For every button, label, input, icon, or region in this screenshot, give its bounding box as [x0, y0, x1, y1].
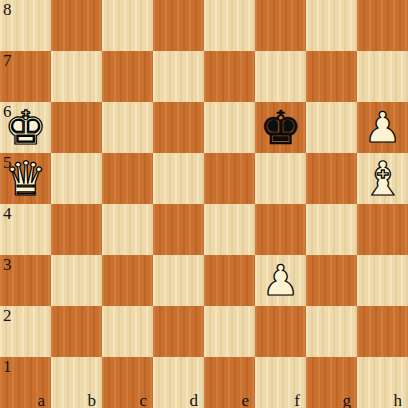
- chess-board: 876♚♚♟5♛♝43♟21abcdefgh: [0, 0, 408, 408]
- rank-label-3: 3: [3, 255, 12, 274]
- rank-label-1: 1: [3, 357, 12, 376]
- square-g4[interactable]: [306, 204, 357, 255]
- rank-label-7: 7: [3, 51, 12, 70]
- square-h4[interactable]: [357, 204, 408, 255]
- square-b6[interactable]: [51, 102, 102, 153]
- square-e7[interactable]: [204, 51, 255, 102]
- piece-white-bishop[interactable]: ♝: [361, 153, 403, 204]
- square-a5[interactable]: 5♛: [0, 153, 51, 204]
- file-label-e: e: [241, 391, 249, 408]
- square-c6[interactable]: [102, 102, 153, 153]
- square-f4[interactable]: [255, 204, 306, 255]
- piece-white-pawn[interactable]: ♟: [262, 255, 300, 306]
- square-a3[interactable]: 3: [0, 255, 51, 306]
- square-f2[interactable]: [255, 306, 306, 357]
- square-h3[interactable]: [357, 255, 408, 306]
- square-b7[interactable]: [51, 51, 102, 102]
- square-d1[interactable]: d: [153, 357, 204, 408]
- square-c3[interactable]: [102, 255, 153, 306]
- square-f1[interactable]: f: [255, 357, 306, 408]
- square-c8[interactable]: [102, 0, 153, 51]
- square-f5[interactable]: [255, 153, 306, 204]
- square-b4[interactable]: [51, 204, 102, 255]
- square-c1[interactable]: c: [102, 357, 153, 408]
- square-d5[interactable]: [153, 153, 204, 204]
- square-a8[interactable]: 8: [0, 0, 51, 51]
- file-label-g: g: [343, 391, 352, 408]
- square-h7[interactable]: [357, 51, 408, 102]
- square-e3[interactable]: [204, 255, 255, 306]
- square-e1[interactable]: e: [204, 357, 255, 408]
- square-e8[interactable]: [204, 0, 255, 51]
- square-c5[interactable]: [102, 153, 153, 204]
- square-g1[interactable]: g: [306, 357, 357, 408]
- square-d4[interactable]: [153, 204, 204, 255]
- square-d2[interactable]: [153, 306, 204, 357]
- square-h2[interactable]: [357, 306, 408, 357]
- square-d6[interactable]: [153, 102, 204, 153]
- square-g5[interactable]: [306, 153, 357, 204]
- square-b2[interactable]: [51, 306, 102, 357]
- file-label-h: h: [394, 391, 403, 408]
- file-label-d: d: [190, 391, 199, 408]
- square-g8[interactable]: [306, 0, 357, 51]
- square-d3[interactable]: [153, 255, 204, 306]
- square-b8[interactable]: [51, 0, 102, 51]
- square-c2[interactable]: [102, 306, 153, 357]
- square-a1[interactable]: 1a: [0, 357, 51, 408]
- square-h1[interactable]: h: [357, 357, 408, 408]
- square-f6[interactable]: ♚: [255, 102, 306, 153]
- square-a7[interactable]: 7: [0, 51, 51, 102]
- square-b5[interactable]: [51, 153, 102, 204]
- square-f7[interactable]: [255, 51, 306, 102]
- square-e4[interactable]: [204, 204, 255, 255]
- file-label-f: f: [294, 391, 300, 408]
- rank-label-8: 8: [3, 0, 12, 19]
- square-h5[interactable]: ♝: [357, 153, 408, 204]
- square-h6[interactable]: ♟: [357, 102, 408, 153]
- piece-black-king[interactable]: ♚: [259, 102, 301, 153]
- square-a2[interactable]: 2: [0, 306, 51, 357]
- piece-white-king[interactable]: ♚: [4, 102, 46, 153]
- piece-white-pawn[interactable]: ♟: [364, 102, 402, 153]
- file-label-b: b: [88, 391, 97, 408]
- square-g2[interactable]: [306, 306, 357, 357]
- square-g7[interactable]: [306, 51, 357, 102]
- rank-label-4: 4: [3, 204, 12, 223]
- square-h8[interactable]: [357, 0, 408, 51]
- square-e5[interactable]: [204, 153, 255, 204]
- file-label-a: a: [37, 391, 45, 408]
- square-d8[interactable]: [153, 0, 204, 51]
- square-a4[interactable]: 4: [0, 204, 51, 255]
- square-f8[interactable]: [255, 0, 306, 51]
- piece-white-queen[interactable]: ♛: [4, 153, 46, 204]
- square-e6[interactable]: [204, 102, 255, 153]
- square-e2[interactable]: [204, 306, 255, 357]
- square-g3[interactable]: [306, 255, 357, 306]
- file-label-c: c: [139, 391, 147, 408]
- square-d7[interactable]: [153, 51, 204, 102]
- square-b1[interactable]: b: [51, 357, 102, 408]
- square-c7[interactable]: [102, 51, 153, 102]
- square-g6[interactable]: [306, 102, 357, 153]
- square-a6[interactable]: 6♚: [0, 102, 51, 153]
- square-f3[interactable]: ♟: [255, 255, 306, 306]
- square-c4[interactable]: [102, 204, 153, 255]
- rank-label-2: 2: [3, 306, 12, 325]
- square-b3[interactable]: [51, 255, 102, 306]
